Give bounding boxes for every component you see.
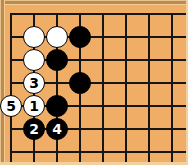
stone-black[interactable]	[69, 72, 91, 94]
move-number-label: 4	[52, 122, 62, 136]
stone-white[interactable]	[23, 26, 45, 48]
move-1-stone-white[interactable]: 1	[23, 95, 45, 117]
move-number-label: 3	[29, 76, 39, 90]
board-frame-top-edge	[0, 0, 188, 5]
move-4-stone-black[interactable]: 4	[46, 118, 68, 140]
move-2-stone-black[interactable]: 2	[23, 118, 45, 140]
move-number-label: 5	[6, 99, 16, 113]
grid-line-horizontal	[10, 13, 186, 15]
board-frame-left-edge	[0, 0, 5, 165]
move-number-label: 1	[29, 99, 39, 113]
grid-line-horizontal	[10, 151, 186, 153]
board-crop-fade-right	[186, 0, 188, 165]
stone-white[interactable]	[23, 49, 45, 71]
stone-white[interactable]	[46, 26, 68, 48]
move-number-label: 2	[29, 122, 39, 136]
move-5-stone-white[interactable]: 5	[0, 95, 22, 117]
go-board-diagram: 35124	[0, 0, 188, 165]
stone-black[interactable]	[46, 95, 68, 117]
move-3-stone-white[interactable]: 3	[23, 72, 45, 94]
board-crop-fade-bottom	[0, 162, 188, 165]
stone-black[interactable]	[69, 26, 91, 48]
stone-black[interactable]	[46, 49, 68, 71]
